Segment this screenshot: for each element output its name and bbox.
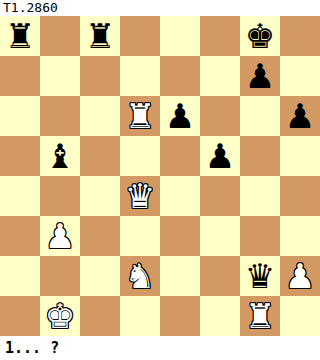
square-d5[interactable] [120,136,160,176]
piece-white-pawn[interactable]: ♟ [285,256,315,296]
square-g6[interactable] [240,96,280,136]
square-d6[interactable]: ♜ [120,96,160,136]
piece-black-rook[interactable]: ♜ [5,16,35,56]
square-g7[interactable]: ♟ [240,56,280,96]
square-d4[interactable]: ♛ [120,176,160,216]
square-b8[interactable] [40,16,80,56]
square-h4[interactable] [280,176,320,216]
square-a4[interactable] [0,176,40,216]
square-a3[interactable] [0,216,40,256]
square-a6[interactable] [0,96,40,136]
piece-black-bishop[interactable]: ♝ [45,136,75,176]
square-e1[interactable] [160,296,200,336]
piece-black-pawn[interactable]: ♟ [245,56,275,96]
square-e5[interactable] [160,136,200,176]
square-c7[interactable] [80,56,120,96]
move-prompt-label: 1... ? [0,339,59,357]
square-h3[interactable] [280,216,320,256]
square-h7[interactable] [280,56,320,96]
square-e8[interactable] [160,16,200,56]
square-c4[interactable] [80,176,120,216]
square-a2[interactable] [0,256,40,296]
chess-app-window: T1.2860 ♜♜♚♟♜♟♟♝♟♛♟♞♛♟♚♜ 1... ? [0,0,320,360]
square-g8[interactable]: ♚ [240,16,280,56]
square-e6[interactable]: ♟ [160,96,200,136]
square-h6[interactable]: ♟ [280,96,320,136]
square-e3[interactable] [160,216,200,256]
square-b6[interactable] [40,96,80,136]
square-c2[interactable] [80,256,120,296]
piece-white-pawn[interactable]: ♟ [45,216,75,256]
piece-black-pawn[interactable]: ♟ [285,96,315,136]
square-h5[interactable] [280,136,320,176]
piece-black-pawn[interactable]: ♟ [205,136,235,176]
square-f3[interactable] [200,216,240,256]
square-e7[interactable] [160,56,200,96]
square-e4[interactable] [160,176,200,216]
square-c5[interactable] [80,136,120,176]
square-g3[interactable] [240,216,280,256]
square-d2[interactable]: ♞ [120,256,160,296]
square-f8[interactable] [200,16,240,56]
square-f4[interactable] [200,176,240,216]
square-c6[interactable] [80,96,120,136]
piece-black-rook[interactable]: ♜ [85,16,115,56]
square-h8[interactable] [280,16,320,56]
square-c8[interactable]: ♜ [80,16,120,56]
square-g1[interactable]: ♜ [240,296,280,336]
piece-white-rook[interactable]: ♜ [245,296,275,336]
square-f7[interactable] [200,56,240,96]
square-f1[interactable] [200,296,240,336]
chess-board: ♜♜♚♟♜♟♟♝♟♛♟♞♛♟♚♜ [0,16,320,336]
square-b1[interactable]: ♚ [40,296,80,336]
piece-white-knight[interactable]: ♞ [125,256,155,296]
square-a5[interactable] [0,136,40,176]
square-b2[interactable] [40,256,80,296]
square-f5[interactable]: ♟ [200,136,240,176]
square-b3[interactable]: ♟ [40,216,80,256]
square-h2[interactable]: ♟ [280,256,320,296]
square-a7[interactable] [0,56,40,96]
square-d7[interactable] [120,56,160,96]
square-g4[interactable] [240,176,280,216]
piece-white-queen[interactable]: ♛ [125,176,155,216]
square-f2[interactable] [200,256,240,296]
square-a8[interactable]: ♜ [0,16,40,56]
square-g5[interactable] [240,136,280,176]
square-d1[interactable] [120,296,160,336]
square-b7[interactable] [40,56,80,96]
square-g2[interactable]: ♛ [240,256,280,296]
move-prompt-bar: 1... ? [0,336,320,360]
puzzle-title-bar: T1.2860 [0,0,320,16]
square-b5[interactable]: ♝ [40,136,80,176]
square-d8[interactable] [120,16,160,56]
piece-white-rook[interactable]: ♜ [125,96,155,136]
square-c3[interactable] [80,216,120,256]
piece-black-king[interactable]: ♚ [245,16,275,56]
square-b4[interactable] [40,176,80,216]
piece-black-pawn[interactable]: ♟ [165,96,195,136]
square-a1[interactable] [0,296,40,336]
square-h1[interactable] [280,296,320,336]
square-d3[interactable] [120,216,160,256]
square-c1[interactable] [80,296,120,336]
piece-black-queen[interactable]: ♛ [245,256,275,296]
square-f6[interactable] [200,96,240,136]
piece-white-king[interactable]: ♚ [45,296,75,336]
square-e2[interactable] [160,256,200,296]
puzzle-id-label: T1.2860 [0,0,58,16]
